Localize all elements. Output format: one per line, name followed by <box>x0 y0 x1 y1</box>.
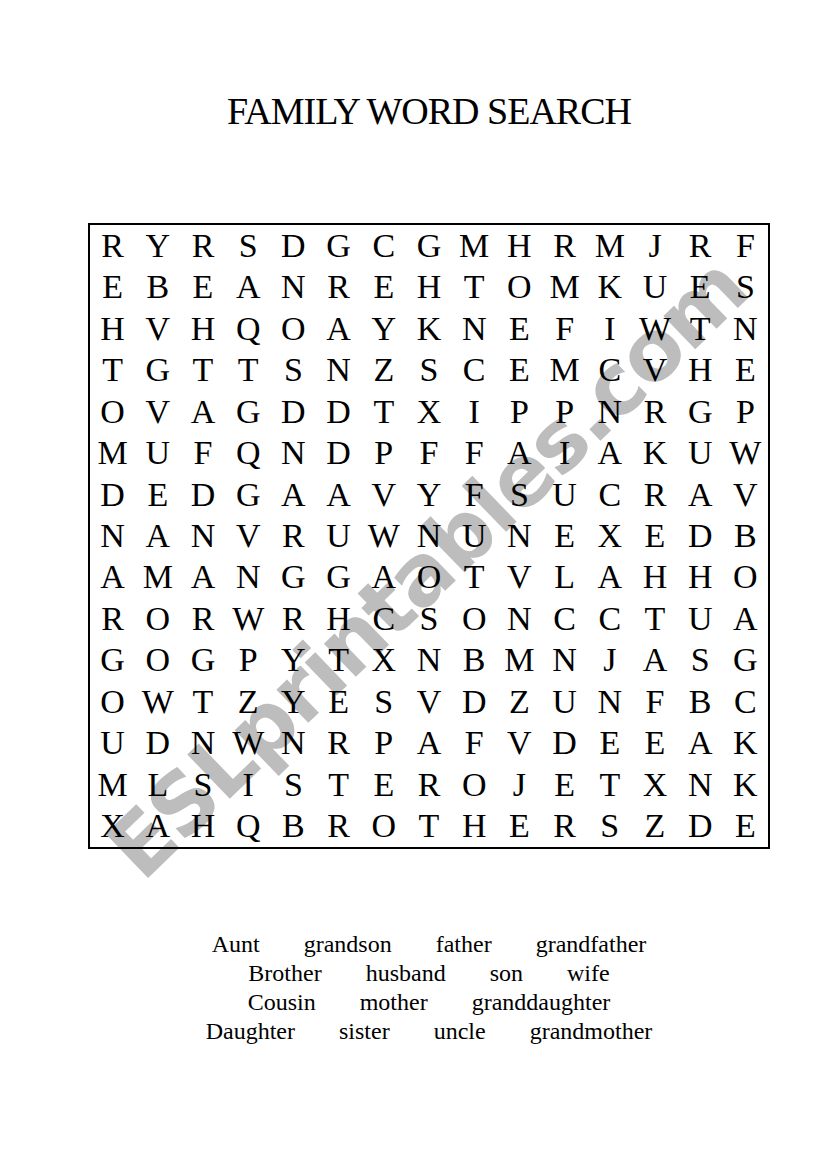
grid-cell[interactable]: T <box>316 640 361 681</box>
grid-cell[interactable]: M <box>542 266 587 307</box>
grid-cell[interactable]: V <box>497 723 542 764</box>
grid-cell[interactable]: F <box>452 432 497 473</box>
grid-cell[interactable]: U <box>678 598 723 639</box>
grid-cell[interactable]: G <box>180 640 225 681</box>
grid-cell[interactable]: Z <box>632 806 677 847</box>
grid-cell[interactable]: V <box>406 681 451 722</box>
grid-cell[interactable]: N <box>542 640 587 681</box>
grid-cell[interactable]: M <box>135 557 180 598</box>
grid-cell[interactable]: F <box>632 681 677 722</box>
grid-cell[interactable]: R <box>542 806 587 847</box>
grid-cell[interactable]: M <box>542 349 587 390</box>
grid-cell[interactable]: R <box>180 598 225 639</box>
grid-cell[interactable]: A <box>497 432 542 473</box>
grid-cell[interactable]: I <box>587 308 632 349</box>
grid-cell[interactable]: E <box>90 266 135 307</box>
grid-cell[interactable]: C <box>542 598 587 639</box>
grid-cell[interactable]: O <box>497 266 542 307</box>
grid-cell[interactable]: N <box>406 640 451 681</box>
grid-cell[interactable]: S <box>271 764 316 805</box>
grid-cell[interactable]: F <box>452 723 497 764</box>
grid-cell[interactable]: X <box>90 806 135 847</box>
grid-cell[interactable]: X <box>361 640 406 681</box>
grid-cell[interactable]: H <box>406 266 451 307</box>
grid-cell[interactable]: E <box>316 681 361 722</box>
grid-cell[interactable]: Y <box>271 681 316 722</box>
grid-cell[interactable]: S <box>406 598 451 639</box>
grid-cell[interactable]: N <box>180 515 225 556</box>
grid-cell[interactable]: D <box>542 723 587 764</box>
grid-cell[interactable]: C <box>587 474 632 515</box>
grid-cell[interactable]: R <box>678 225 723 266</box>
grid-cell[interactable]: H <box>90 308 135 349</box>
grid-cell[interactable]: Y <box>406 474 451 515</box>
word-item[interactable]: Daughter <box>206 1017 295 1046</box>
word-item[interactable]: grandmother <box>530 1017 653 1046</box>
grid-cell[interactable]: V <box>497 557 542 598</box>
grid-cell[interactable]: H <box>678 557 723 598</box>
grid-cell[interactable]: R <box>632 474 677 515</box>
grid-cell[interactable]: R <box>180 225 225 266</box>
grid-cell[interactable]: G <box>316 225 361 266</box>
grid-cell[interactable]: O <box>90 391 135 432</box>
grid-cell[interactable]: G <box>271 557 316 598</box>
grid-cell[interactable]: D <box>316 391 361 432</box>
grid-cell[interactable]: A <box>180 391 225 432</box>
grid-cell[interactable]: O <box>135 598 180 639</box>
grid-cell[interactable]: G <box>226 391 271 432</box>
grid-cell[interactable]: L <box>542 557 587 598</box>
word-item[interactable]: mother <box>360 988 428 1017</box>
grid-cell[interactable]: V <box>135 391 180 432</box>
grid-cell[interactable]: Y <box>135 225 180 266</box>
worksheet-page: FAMILY WORD SEARCH ESLprintables.com RYR… <box>0 0 821 1169</box>
grid-cell[interactable]: U <box>452 515 497 556</box>
grid-cell[interactable]: W <box>632 308 677 349</box>
grid-cell[interactable]: T <box>316 764 361 805</box>
grid-cell[interactable]: G <box>316 557 361 598</box>
grid-cell[interactable]: G <box>135 349 180 390</box>
grid-cell[interactable]: E <box>587 723 632 764</box>
grid-cell[interactable]: P <box>497 391 542 432</box>
grid-cell[interactable]: I <box>542 432 587 473</box>
grid-cell[interactable]: N <box>406 515 451 556</box>
grid-cell[interactable]: R <box>271 598 316 639</box>
grid-cell[interactable]: F <box>723 225 768 266</box>
grid-cell[interactable]: X <box>406 391 451 432</box>
grid-cell[interactable]: N <box>497 515 542 556</box>
grid-cell[interactable]: B <box>678 681 723 722</box>
grid-cell[interactable]: E <box>632 515 677 556</box>
grid-cell[interactable]: E <box>723 806 768 847</box>
grid-cell[interactable]: D <box>180 474 225 515</box>
grid-cell[interactable]: Z <box>497 681 542 722</box>
word-item[interactable]: uncle <box>434 1017 486 1046</box>
grid-cell[interactable]: V <box>632 349 677 390</box>
grid-cell[interactable]: H <box>316 598 361 639</box>
word-item[interactable]: son <box>490 959 523 988</box>
grid-cell[interactable]: A <box>678 723 723 764</box>
grid-cell[interactable]: A <box>180 557 225 598</box>
grid-cell[interactable]: D <box>316 432 361 473</box>
grid-cell[interactable]: D <box>271 391 316 432</box>
grid-cell[interactable]: N <box>271 432 316 473</box>
grid-cell[interactable]: O <box>452 598 497 639</box>
grid-cell[interactable]: K <box>723 723 768 764</box>
word-list-line: Brotherhusbandsonwife <box>88 959 770 988</box>
grid-cell[interactable]: R <box>90 598 135 639</box>
grid-cell[interactable]: R <box>542 225 587 266</box>
grid-cell[interactable]: Q <box>226 308 271 349</box>
grid-cell[interactable]: E <box>135 474 180 515</box>
grid-cell[interactable]: Q <box>226 432 271 473</box>
grid-cell[interactable]: U <box>90 723 135 764</box>
grid-cell[interactable]: A <box>678 474 723 515</box>
grid-cell[interactable]: E <box>361 266 406 307</box>
grid-cell[interactable]: E <box>542 764 587 805</box>
grid-cell[interactable]: E <box>497 349 542 390</box>
grid-cell[interactable]: W <box>226 723 271 764</box>
grid-cell[interactable]: A <box>226 266 271 307</box>
grid-cell[interactable]: O <box>723 557 768 598</box>
grid-cell[interactable]: U <box>135 432 180 473</box>
grid-cell[interactable]: H <box>497 225 542 266</box>
grid-cell[interactable]: T <box>452 557 497 598</box>
grid-cell[interactable]: P <box>361 432 406 473</box>
grid-cell[interactable]: N <box>587 681 632 722</box>
grid-cell[interactable]: O <box>271 308 316 349</box>
grid-cell[interactable]: D <box>678 806 723 847</box>
grid-cell[interactable]: D <box>271 225 316 266</box>
grid-cell[interactable]: U <box>678 432 723 473</box>
grid-cell[interactable]: E <box>723 349 768 390</box>
grid-cell[interactable]: S <box>226 225 271 266</box>
grid-cell[interactable]: F <box>406 432 451 473</box>
grid-cell[interactable]: I <box>452 391 497 432</box>
word-item[interactable]: grandson <box>304 930 392 959</box>
word-item[interactable]: Cousin <box>248 988 316 1017</box>
grid-cell[interactable]: N <box>180 723 225 764</box>
grid-cell[interactable]: R <box>90 225 135 266</box>
word-list-line: Auntgrandsonfathergrandfather <box>88 930 770 959</box>
word-item[interactable]: Aunt <box>212 930 260 959</box>
grid-cell[interactable]: X <box>587 515 632 556</box>
grid-cell[interactable]: M <box>587 225 632 266</box>
grid-cell[interactable]: U <box>316 515 361 556</box>
grid-cell[interactable]: S <box>406 349 451 390</box>
grid-cell[interactable]: T <box>180 349 225 390</box>
grid-cell[interactable]: A <box>361 557 406 598</box>
grid-cell[interactable]: H <box>678 349 723 390</box>
grid-cell[interactable]: C <box>361 225 406 266</box>
grid-cell[interactable]: N <box>452 308 497 349</box>
grid-cell[interactable]: T <box>632 598 677 639</box>
grid-cell[interactable]: C <box>452 349 497 390</box>
grid-cell[interactable]: Y <box>271 640 316 681</box>
grid-cell[interactable]: M <box>497 640 542 681</box>
grid-cell[interactable]: E <box>497 806 542 847</box>
word-list: AuntgrandsonfathergrandfatherBrotherhusb… <box>88 930 770 1046</box>
grid-cell[interactable]: Z <box>226 681 271 722</box>
grid-cell[interactable]: T <box>678 308 723 349</box>
grid-cell[interactable]: D <box>452 681 497 722</box>
grid-cell[interactable]: N <box>90 515 135 556</box>
grid-cell[interactable]: H <box>180 806 225 847</box>
grid-cell[interactable]: R <box>316 723 361 764</box>
grid-cell[interactable]: C <box>361 598 406 639</box>
grid-cell[interactable]: A <box>316 308 361 349</box>
grid-cell[interactable]: U <box>542 681 587 722</box>
grid-cell[interactable]: S <box>361 681 406 722</box>
grid-cell[interactable]: E <box>542 515 587 556</box>
grid-cell[interactable]: N <box>497 598 542 639</box>
grid-cell[interactable]: R <box>316 266 361 307</box>
word-item[interactable]: father <box>436 930 492 959</box>
grid-cell[interactable]: T <box>180 681 225 722</box>
grid-cell[interactable]: J <box>497 764 542 805</box>
grid-cell[interactable]: S <box>587 806 632 847</box>
grid-cell[interactable]: A <box>406 723 451 764</box>
grid-cell[interactable]: E <box>678 266 723 307</box>
grid-cell[interactable]: A <box>632 640 677 681</box>
word-list-line: Cousinmothergranddaughter <box>88 988 770 1017</box>
word-list-line: Daughtersisterunclegrandmother <box>88 1017 770 1046</box>
grid-cell[interactable]: A <box>316 474 361 515</box>
grid-cell[interactable]: T <box>587 764 632 805</box>
grid-cell[interactable]: C <box>587 349 632 390</box>
word-item[interactable]: grandfather <box>536 930 647 959</box>
word-item[interactable]: wife <box>567 959 610 988</box>
grid-cell[interactable]: B <box>271 806 316 847</box>
grid-cell[interactable]: B <box>135 266 180 307</box>
grid-cell[interactable]: W <box>135 681 180 722</box>
page-title: FAMILY WORD SEARCH <box>88 92 770 130</box>
grid-cell[interactable]: P <box>226 640 271 681</box>
grid-cell[interactable]: G <box>90 640 135 681</box>
grid-cell[interactable]: S <box>678 640 723 681</box>
grid-cell[interactable]: K <box>406 308 451 349</box>
word-item[interactable]: granddaughter <box>472 988 611 1017</box>
grid-cell[interactable]: R <box>406 764 451 805</box>
word-search-grid: RYRSDGCGMHRMJRFEBEANREHTOMKUESHVHQOAYKNE… <box>88 223 770 849</box>
grid-cell[interactable]: O <box>361 806 406 847</box>
grid-cell[interactable]: O <box>135 640 180 681</box>
grid-cell[interactable]: H <box>452 806 497 847</box>
grid-cell[interactable]: T <box>226 349 271 390</box>
grid-cell[interactable]: K <box>632 432 677 473</box>
grid-cell[interactable]: E <box>497 308 542 349</box>
grid-cell[interactable]: E <box>361 764 406 805</box>
grid-cell[interactable]: A <box>587 557 632 598</box>
grid-cell[interactable]: I <box>226 764 271 805</box>
grid-cell[interactable]: U <box>542 474 587 515</box>
word-item[interactable]: Brother <box>248 959 321 988</box>
grid-cell[interactable]: T <box>361 391 406 432</box>
grid-cell[interactable]: R <box>632 391 677 432</box>
grid-cell[interactable]: T <box>90 349 135 390</box>
grid-cell[interactable]: O <box>90 681 135 722</box>
grid-cell[interactable]: E <box>180 266 225 307</box>
grid-cell[interactable]: W <box>226 598 271 639</box>
grid-cell[interactable]: A <box>723 598 768 639</box>
grid-cell[interactable]: R <box>316 806 361 847</box>
grid-cell[interactable]: M <box>90 432 135 473</box>
grid-cell[interactable]: O <box>406 557 451 598</box>
grid-cell[interactable]: P <box>542 391 587 432</box>
grid-cell[interactable]: B <box>452 640 497 681</box>
grid-cell[interactable]: J <box>632 225 677 266</box>
grid-cell[interactable]: J <box>587 640 632 681</box>
word-item[interactable]: husband <box>366 959 446 988</box>
grid-cell[interactable]: Q <box>226 806 271 847</box>
grid-cell[interactable]: K <box>587 266 632 307</box>
grid-cell[interactable]: D <box>90 474 135 515</box>
grid-cell[interactable]: C <box>723 681 768 722</box>
grid-cell[interactable]: G <box>678 391 723 432</box>
grid-cell[interactable]: C <box>587 598 632 639</box>
grid-cell[interactable]: M <box>452 225 497 266</box>
grid-cell[interactable]: F <box>180 432 225 473</box>
grid-cell[interactable]: D <box>678 515 723 556</box>
grid-cell[interactable]: N <box>271 266 316 307</box>
grid-cell[interactable]: V <box>361 474 406 515</box>
grid-cell[interactable]: N <box>271 723 316 764</box>
grid-cell[interactable]: P <box>361 723 406 764</box>
grid-cell[interactable]: R <box>271 515 316 556</box>
grid-cell[interactable]: K <box>723 764 768 805</box>
word-item[interactable]: sister <box>339 1017 390 1046</box>
grid-cell[interactable]: T <box>452 266 497 307</box>
grid-cell[interactable]: V <box>723 474 768 515</box>
grid-cell[interactable]: L <box>135 764 180 805</box>
grid-cell[interactable]: Z <box>361 349 406 390</box>
grid-cell[interactable]: S <box>723 266 768 307</box>
grid-cell[interactable]: N <box>587 391 632 432</box>
grid-cell[interactable]: F <box>452 474 497 515</box>
grid-cell[interactable]: A <box>587 432 632 473</box>
grid-cell[interactable]: E <box>632 723 677 764</box>
grid-cell[interactable]: Y <box>361 308 406 349</box>
grid-cell[interactable]: M <box>90 764 135 805</box>
grid-cell[interactable]: A <box>135 515 180 556</box>
grid-cell[interactable]: T <box>406 806 451 847</box>
grid-cell[interactable]: U <box>632 266 677 307</box>
grid-cell[interactable]: W <box>361 515 406 556</box>
grid-cell[interactable]: F <box>542 308 587 349</box>
grid-cell[interactable]: N <box>723 308 768 349</box>
grid-cell[interactable]: S <box>497 474 542 515</box>
grid-cell[interactable]: S <box>271 349 316 390</box>
grid-cell[interactable]: N <box>226 557 271 598</box>
grid-cell[interactable]: H <box>632 557 677 598</box>
grid-cell[interactable]: A <box>90 557 135 598</box>
grid-cell[interactable]: B <box>723 515 768 556</box>
grid-cell[interactable]: V <box>135 308 180 349</box>
grid-cell[interactable]: A <box>135 806 180 847</box>
grid-cell[interactable]: S <box>180 764 225 805</box>
grid-cell[interactable]: O <box>452 764 497 805</box>
grid-cell[interactable]: G <box>406 225 451 266</box>
grid-cell[interactable]: H <box>180 308 225 349</box>
grid-cell[interactable]: G <box>723 640 768 681</box>
grid-cell[interactable]: A <box>271 474 316 515</box>
grid-cell[interactable]: N <box>316 349 361 390</box>
grid-cell[interactable]: W <box>723 432 768 473</box>
grid-cell[interactable]: G <box>226 474 271 515</box>
grid-cell[interactable]: N <box>678 764 723 805</box>
grid-cell[interactable]: V <box>226 515 271 556</box>
grid-cell[interactable]: X <box>632 764 677 805</box>
grid-cell[interactable]: P <box>723 391 768 432</box>
grid-cell[interactable]: D <box>135 723 180 764</box>
